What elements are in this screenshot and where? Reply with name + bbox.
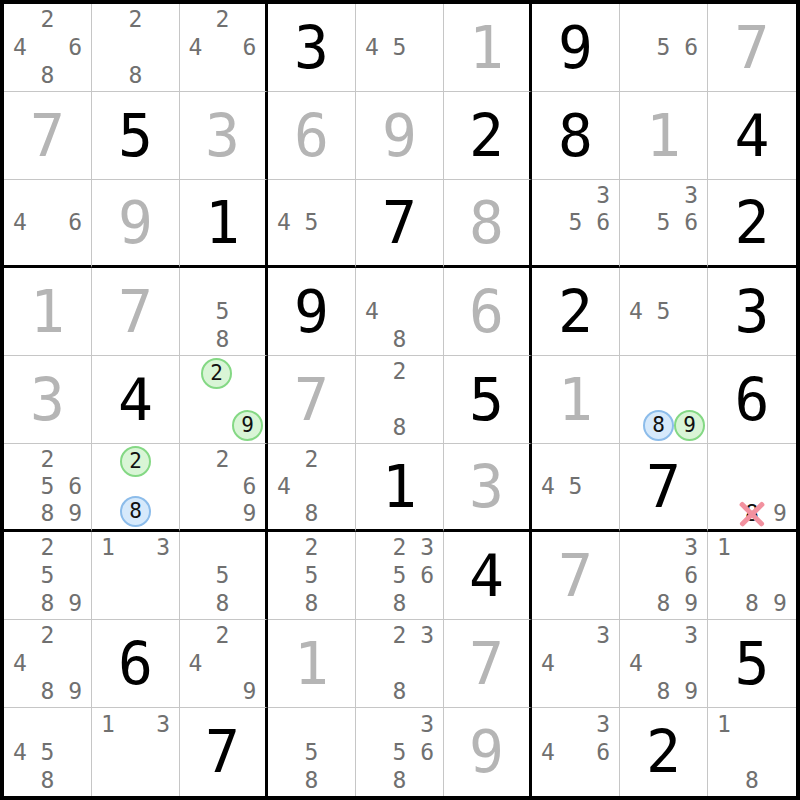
pencil-marks: 58: [182, 270, 263, 353]
cell-r9c5[interactable]: 3568: [356, 708, 444, 796]
given-digit: 7: [558, 547, 593, 605]
candidate-4: 4: [6, 650, 34, 678]
given-digit: 3: [469, 458, 504, 516]
solved-digit: 1: [382, 458, 417, 516]
solved-digit: 3: [294, 19, 329, 77]
cell-r7c8[interactable]: 3689: [620, 532, 708, 620]
cell-r4c6[interactable]: 6: [444, 268, 532, 356]
pencil-marks: 189: [710, 534, 794, 617]
cell-r8c7[interactable]: 34: [532, 620, 620, 708]
cell-r7c4[interactable]: 258: [268, 532, 356, 620]
given-digit: 7: [735, 19, 770, 77]
pencil-marks: 2489: [6, 622, 89, 705]
given-digit: 8: [469, 194, 504, 252]
cell-r3c2[interactable]: 9: [92, 180, 180, 268]
cell-r9c4[interactable]: 58: [268, 708, 356, 796]
given-digit: 9: [469, 723, 504, 781]
cell-r1c3[interactable]: 246: [180, 4, 268, 92]
candidate-5: 5: [298, 209, 326, 236]
cell-r3c4[interactable]: 45: [268, 180, 356, 268]
candidate-4: 4: [182, 650, 209, 678]
sudoku-board: 2468282463451956775369281446914578356356…: [0, 0, 800, 800]
solved-digit: 2: [558, 283, 593, 341]
cell-r1c7[interactable]: 9: [532, 4, 620, 92]
cell-r4c3[interactable]: 58: [180, 268, 268, 356]
cell-r7c6[interactable]: 4: [444, 532, 532, 620]
pencil-marks: 45: [622, 270, 705, 353]
candidate-8: 8: [738, 766, 766, 794]
candidate-6: 6: [236, 34, 263, 62]
candidate-6: 6: [413, 738, 441, 766]
candidate-8: 8: [34, 500, 62, 527]
cell-r1c1[interactable]: 2468: [4, 4, 92, 92]
cell-r3c5[interactable]: 7: [356, 180, 444, 268]
candidate-2: 2: [298, 534, 326, 562]
candidate-3: 3: [413, 622, 441, 650]
candidate-3: 3: [413, 534, 441, 562]
cell-r6c6[interactable]: 3: [444, 444, 532, 532]
pencil-marks: 356: [622, 182, 705, 263]
candidate-9: 9: [236, 500, 263, 527]
candidate-8: 8: [34, 589, 62, 617]
cell-r5c4[interactable]: 7: [268, 356, 356, 444]
cell-r4c2[interactable]: 7: [92, 268, 180, 356]
cell-r5c7[interactable]: 1: [532, 356, 620, 444]
candidate-2-green-circled: 2: [201, 358, 232, 389]
candidate-8: 8: [386, 677, 414, 705]
candidate-4: 4: [358, 34, 386, 62]
pencil-marks: 58: [182, 534, 263, 617]
candidate-9-green-circled: 9: [232, 410, 263, 441]
candidate-9: 9: [766, 500, 794, 527]
cell-r4c5[interactable]: 48: [356, 268, 444, 356]
candidate-5: 5: [386, 738, 414, 766]
cell-r7c9[interactable]: 189: [708, 532, 796, 620]
pencil-marks: 248: [270, 446, 353, 527]
cell-r4c4[interactable]: 9: [268, 268, 356, 356]
cell-r7c3[interactable]: 58: [180, 532, 268, 620]
solved-digit: 4: [118, 371, 153, 429]
candidate-4: 4: [534, 738, 562, 766]
cell-r3c7[interactable]: 356: [532, 180, 620, 268]
candidate-4: 4: [534, 650, 562, 678]
pencil-marks: 28: [358, 358, 441, 441]
candidate-5: 5: [34, 738, 62, 766]
candidate-2: 2: [34, 622, 62, 650]
cell-r8c2[interactable]: 6: [92, 620, 180, 708]
solved-digit: 9: [294, 283, 329, 341]
solved-digit: 7: [646, 458, 681, 516]
cell-r2c7[interactable]: 8: [532, 92, 620, 180]
candidate-3: 3: [677, 534, 705, 562]
cell-r5c3[interactable]: 29: [180, 356, 268, 444]
solved-digit: 4: [469, 547, 504, 605]
solved-digit: 5: [118, 107, 153, 165]
candidate-5: 5: [34, 473, 62, 500]
candidate-3: 3: [149, 534, 177, 562]
candidate-5: 5: [386, 562, 414, 590]
candidate-8: 8: [209, 589, 236, 617]
candidate-8: 8: [122, 61, 150, 89]
pencil-marks: 458: [6, 710, 89, 794]
cell-r9c6[interactable]: 9: [444, 708, 532, 796]
candidate-4: 4: [6, 738, 34, 766]
pencil-marks: 28: [94, 6, 177, 89]
candidate-6: 6: [413, 562, 441, 590]
cell-r2c8[interactable]: 1: [620, 92, 708, 180]
candidate-8: 8: [34, 766, 62, 794]
candidate-9: 9: [61, 500, 89, 527]
candidate-6: 6: [236, 473, 263, 500]
candidate-8: 8: [386, 325, 414, 353]
solved-digit: 2: [735, 194, 770, 252]
given-digit: 6: [469, 283, 504, 341]
given-digit: 7: [294, 371, 329, 429]
pencil-marks: 23568: [358, 534, 441, 617]
given-digit: 7: [30, 107, 65, 165]
cell-r5c2[interactable]: 4: [92, 356, 180, 444]
cell-r6c4[interactable]: 248: [268, 444, 356, 532]
pencil-marks: 45: [270, 182, 353, 263]
candidate-5: 5: [650, 298, 678, 326]
cell-r6c5[interactable]: 1: [356, 444, 444, 532]
cell-r6c2[interactable]: 28: [92, 444, 180, 532]
candidate-8: 8: [34, 61, 62, 89]
cell-r2c5[interactable]: 9: [356, 92, 444, 180]
cell-r4c1[interactable]: 1: [4, 268, 92, 356]
cell-r5c6[interactable]: 5: [444, 356, 532, 444]
pencil-marks: 34: [534, 622, 617, 705]
candidate-6: 6: [677, 34, 705, 62]
solved-digit: 2: [646, 723, 681, 781]
candidate-4: 4: [622, 650, 650, 678]
pencil-marks: 13: [94, 710, 177, 794]
cell-r7c5[interactable]: 23568: [356, 532, 444, 620]
cell-r1c2[interactable]: 28: [92, 4, 180, 92]
candidate-8: 8: [209, 325, 236, 353]
pencil-marks: 346: [534, 710, 617, 794]
candidate-9: 9: [677, 589, 705, 617]
cell-r6c8[interactable]: 7: [620, 444, 708, 532]
cell-r5c1[interactable]: 3: [4, 356, 92, 444]
candidate-2: 2: [386, 534, 414, 562]
candidate-5: 5: [562, 209, 590, 236]
pencil-marks: 246: [182, 6, 263, 89]
cell-r6c3[interactable]: 269: [180, 444, 268, 532]
candidate-2: 2: [386, 622, 414, 650]
cell-r1c4[interactable]: 3: [268, 4, 356, 92]
pencil-marks: 249: [182, 622, 263, 705]
pencil-marks: 3489: [622, 622, 705, 705]
candidate-8-blue-circled: 8: [643, 410, 674, 441]
candidate-1: 1: [94, 710, 122, 738]
candidate-8: 8: [650, 589, 678, 617]
candidate-5: 5: [298, 738, 326, 766]
cell-r3c6[interactable]: 8: [444, 180, 532, 268]
candidate-4: 4: [182, 34, 209, 62]
candidate-8: 8: [298, 766, 326, 794]
pencil-marks: 89: [622, 358, 705, 441]
solved-digit: 5: [469, 371, 504, 429]
cell-r1c9[interactable]: 7: [708, 4, 796, 92]
cell-r4c9[interactable]: 3: [708, 268, 796, 356]
candidate-6: 6: [61, 473, 89, 500]
given-digit: 1: [294, 635, 329, 693]
candidate-2: 2: [122, 6, 150, 34]
candidate-1: 1: [710, 534, 738, 562]
solved-digit: 7: [205, 723, 240, 781]
cell-r5c8[interactable]: 89: [620, 356, 708, 444]
cell-r8c5[interactable]: 238: [356, 620, 444, 708]
cell-r8c9[interactable]: 5: [708, 620, 796, 708]
cell-r6c9[interactable]: 89: [708, 444, 796, 532]
cell-r7c1[interactable]: 2589: [4, 532, 92, 620]
candidate-5: 5: [650, 209, 678, 236]
candidate-8: 8: [386, 766, 414, 794]
candidate-6: 6: [677, 562, 705, 590]
candidate-9: 9: [677, 677, 705, 705]
candidate-4: 4: [622, 298, 650, 326]
candidate-3: 3: [589, 182, 617, 209]
solved-digit: 5: [735, 635, 770, 693]
given-digit: 6: [294, 107, 329, 165]
pencil-marks: 356: [534, 182, 617, 263]
candidate-9: 9: [236, 677, 263, 705]
cell-r3c3[interactable]: 1: [180, 180, 268, 268]
candidate-9: 9: [61, 677, 89, 705]
candidate-4: 4: [358, 298, 386, 326]
cell-r2c3[interactable]: 3: [180, 92, 268, 180]
pencil-marks: 258: [270, 534, 353, 617]
cell-r7c7[interactable]: 7: [532, 532, 620, 620]
candidate-5: 5: [209, 562, 236, 590]
pencil-marks: 89: [710, 446, 794, 527]
solved-digit: 1: [205, 194, 240, 252]
cell-r3c1[interactable]: 46: [4, 180, 92, 268]
pencil-marks: 45: [358, 6, 441, 89]
candidate-2: 2: [34, 534, 62, 562]
candidate-3: 3: [149, 710, 177, 738]
pencil-marks: 28: [94, 446, 177, 527]
candidate-3: 3: [413, 710, 441, 738]
cell-r8c1[interactable]: 2489: [4, 620, 92, 708]
cell-r7c2[interactable]: 13: [92, 532, 180, 620]
given-digit: 1: [469, 19, 504, 77]
candidate-8: 8: [298, 589, 326, 617]
cell-r1c5[interactable]: 45: [356, 4, 444, 92]
cell-r9c1[interactable]: 458: [4, 708, 92, 796]
pencil-marks: 46: [6, 182, 89, 263]
cell-r9c7[interactable]: 346: [532, 708, 620, 796]
candidate-5: 5: [386, 34, 414, 62]
given-digit: 7: [469, 635, 504, 693]
cell-r2c9[interactable]: 4: [708, 92, 796, 180]
candidate-8: 8: [386, 589, 414, 617]
pencil-marks: 3568: [358, 710, 441, 794]
candidate-9-green-circled: 9: [674, 410, 705, 441]
candidate-9: 9: [61, 589, 89, 617]
candidate-6: 6: [61, 34, 89, 62]
candidate-5: 5: [209, 298, 236, 326]
candidate-1: 1: [710, 710, 738, 738]
solved-digit: 7: [382, 194, 417, 252]
given-digit: 1: [558, 371, 593, 429]
cell-r1c8[interactable]: 56: [620, 4, 708, 92]
cell-r2c2[interactable]: 5: [92, 92, 180, 180]
given-digit: 3: [30, 371, 65, 429]
solved-digit: 9: [558, 19, 593, 77]
pencil-marks: 13: [94, 534, 177, 617]
candidate-2: 2: [386, 358, 414, 386]
cell-r4c7[interactable]: 2: [532, 268, 620, 356]
cell-r8c8[interactable]: 3489: [620, 620, 708, 708]
cell-r9c2[interactable]: 13: [92, 708, 180, 796]
candidate-2: 2: [298, 446, 326, 473]
pencil-marks: 58: [270, 710, 353, 794]
candidate-8: 8: [34, 677, 62, 705]
candidate-8: 8: [298, 500, 326, 527]
pencil-marks: 269: [182, 446, 263, 527]
candidate-4: 4: [270, 473, 298, 500]
cell-r2c1[interactable]: 7: [4, 92, 92, 180]
candidate-3: 3: [589, 710, 617, 738]
candidate-2: 2: [34, 446, 62, 473]
pencil-marks: 29: [182, 358, 263, 441]
cell-r8c6[interactable]: 7: [444, 620, 532, 708]
cell-r9c3[interactable]: 7: [180, 708, 268, 796]
candidate-8: 8: [650, 677, 678, 705]
candidate-4: 4: [534, 473, 562, 500]
pencil-marks: 48: [358, 270, 441, 353]
candidate-4: 4: [6, 34, 34, 62]
cell-r2c4[interactable]: 6: [268, 92, 356, 180]
given-digit: 9: [382, 107, 417, 165]
candidate-8: 8: [738, 589, 766, 617]
cell-r5c5[interactable]: 28: [356, 356, 444, 444]
solved-digit: 6: [118, 635, 153, 693]
candidate-3: 3: [677, 622, 705, 650]
pencil-marks: 45: [534, 446, 617, 527]
given-digit: 9: [118, 194, 153, 252]
pencil-marks: 25689: [6, 446, 89, 527]
candidate-8: 8: [386, 413, 414, 441]
solved-digit: 3: [735, 283, 770, 341]
candidate-4: 4: [270, 209, 298, 236]
candidate-5: 5: [562, 473, 590, 500]
candidate-4: 4: [6, 209, 34, 236]
candidate-5: 5: [650, 34, 678, 62]
candidate-2-green-circled: 2: [120, 446, 151, 477]
pencil-marks: 2589: [6, 534, 89, 617]
solved-digit: 8: [558, 107, 593, 165]
candidate-2: 2: [34, 6, 62, 34]
cell-r6c1[interactable]: 25689: [4, 444, 92, 532]
solved-digit: 6: [735, 371, 770, 429]
candidate-3: 3: [677, 182, 705, 209]
cell-r8c4[interactable]: 1: [268, 620, 356, 708]
pencil-marks: 2468: [6, 6, 89, 89]
candidate-8-eliminated: 8: [738, 500, 766, 527]
cell-r3c8[interactable]: 356: [620, 180, 708, 268]
solved-digit: 4: [735, 107, 770, 165]
candidate-1: 1: [94, 534, 122, 562]
candidate-6: 6: [677, 209, 705, 236]
cell-r5c9[interactable]: 6: [708, 356, 796, 444]
given-digit: 3: [205, 107, 240, 165]
pencil-marks: 56: [622, 6, 705, 89]
candidate-6: 6: [61, 209, 89, 236]
candidate-6: 6: [589, 209, 617, 236]
cell-r6c7[interactable]: 45: [532, 444, 620, 532]
candidate-2: 2: [209, 622, 236, 650]
solved-digit: 2: [469, 107, 504, 165]
cell-r9c8[interactable]: 2: [620, 708, 708, 796]
cell-r4c8[interactable]: 45: [620, 268, 708, 356]
candidate-6: 6: [589, 738, 617, 766]
cell-r8c3[interactable]: 249: [180, 620, 268, 708]
cell-r2c6[interactable]: 2: [444, 92, 532, 180]
given-digit: 1: [646, 107, 681, 165]
pencil-marks: 238: [358, 622, 441, 705]
candidate-5: 5: [298, 562, 326, 590]
candidate-3: 3: [589, 622, 617, 650]
candidate-2: 2: [209, 6, 236, 34]
given-digit: 1: [30, 283, 65, 341]
pencil-marks: 3689: [622, 534, 705, 617]
pencil-marks: 18: [710, 710, 794, 794]
cell-r9c9[interactable]: 18: [708, 708, 796, 796]
given-digit: 7: [118, 283, 153, 341]
candidate-9: 9: [766, 589, 794, 617]
candidate-2: 2: [209, 446, 236, 473]
candidate-5: 5: [34, 562, 62, 590]
candidate-8-blue-circled: 8: [120, 496, 151, 527]
cell-r1c6[interactable]: 1: [444, 4, 532, 92]
cell-r3c9[interactable]: 2: [708, 180, 796, 268]
